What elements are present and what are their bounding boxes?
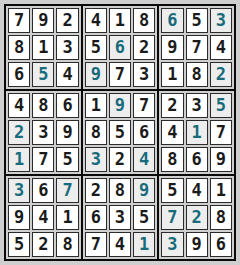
cell-r9c4[interactable]: 7 [85,232,107,257]
cell-r3c4[interactable]: 9 [85,62,107,87]
cell-r2c9[interactable]: 4 [210,35,232,60]
cell-r9c5[interactable]: 4 [109,232,131,257]
cell-r7c1[interactable]: 3 [8,178,30,203]
cell-r4c6[interactable]: 7 [133,93,155,118]
cell-r9c6[interactable]: 1 [133,232,155,257]
cell-r1c9[interactable]: 3 [210,8,232,33]
cell-r5c1[interactable]: 2 [8,120,30,145]
cell-r1c6[interactable]: 8 [133,8,155,33]
cell-r6c7[interactable]: 8 [161,147,183,172]
cell-r1c3[interactable]: 2 [56,8,78,33]
cell-r3c3[interactable]: 4 [56,62,78,87]
cell-r1c4[interactable]: 4 [85,8,107,33]
cell-r6c9[interactable]: 9 [210,147,232,172]
cell-r2c3[interactable]: 3 [56,35,78,60]
cell-r1c1[interactable]: 7 [8,8,30,33]
cell-r6c5[interactable]: 2 [109,147,131,172]
cell-r8c7[interactable]: 7 [161,205,183,230]
cell-r7c7[interactable]: 5 [161,178,183,203]
cell-r4c3[interactable]: 6 [56,93,78,118]
cell-r4c5[interactable]: 9 [109,93,131,118]
cell-r3c1[interactable]: 6 [8,62,30,87]
sudoku-box-4: 486239175 [6,91,81,174]
cell-r5c3[interactable]: 9 [56,120,78,145]
cell-r8c3[interactable]: 1 [56,205,78,230]
cell-r3c2[interactable]: 5 [32,62,54,87]
cell-r6c1[interactable]: 1 [8,147,30,172]
cell-r8c9[interactable]: 8 [210,205,232,230]
cell-r8c8[interactable]: 2 [186,205,208,230]
cell-r8c2[interactable]: 4 [32,205,54,230]
cell-r7c2[interactable]: 6 [32,178,54,203]
cell-r4c9[interactable]: 5 [210,93,232,118]
cell-r7c9[interactable]: 1 [210,178,232,203]
cell-r9c1[interactable]: 5 [8,232,30,257]
cell-r1c2[interactable]: 9 [32,8,54,33]
cell-r1c7[interactable]: 6 [161,8,183,33]
sudoku-board: 7928136544185629736539741824862391751978… [4,4,236,261]
cell-r2c8[interactable]: 7 [186,35,208,60]
cell-r7c4[interactable]: 2 [85,178,107,203]
cell-r8c1[interactable]: 9 [8,205,30,230]
cell-r5c5[interactable]: 5 [109,120,131,145]
cell-r2c4[interactable]: 5 [85,35,107,60]
sudoku-box-1: 792813654 [6,6,81,89]
cell-r3c7[interactable]: 1 [161,62,183,87]
cell-r5c8[interactable]: 1 [186,120,208,145]
cell-r2c6[interactable]: 2 [133,35,155,60]
cell-r6c2[interactable]: 7 [32,147,54,172]
sudoku-frame: 7928136544185629736539741824862391751978… [0,0,240,265]
cell-r4c2[interactable]: 8 [32,93,54,118]
cell-r5c6[interactable]: 6 [133,120,155,145]
cell-r3c5[interactable]: 7 [109,62,131,87]
cell-r9c3[interactable]: 8 [56,232,78,257]
cell-r8c5[interactable]: 3 [109,205,131,230]
cell-r2c1[interactable]: 8 [8,35,30,60]
cell-r9c7[interactable]: 3 [161,232,183,257]
cell-r5c7[interactable]: 4 [161,120,183,145]
cell-r4c1[interactable]: 4 [8,93,30,118]
cell-r3c9[interactable]: 2 [210,62,232,87]
cell-r7c3[interactable]: 7 [56,178,78,203]
cell-r1c8[interactable]: 5 [186,8,208,33]
cell-r9c9[interactable]: 6 [210,232,232,257]
cell-r5c2[interactable]: 3 [32,120,54,145]
cell-r7c6[interactable]: 9 [133,178,155,203]
sudoku-box-6: 235417869 [159,91,234,174]
cell-r6c8[interactable]: 6 [186,147,208,172]
sudoku-box-7: 367941528 [6,176,81,259]
sudoku-box-2: 418562973 [83,6,158,89]
cell-r2c5[interactable]: 6 [109,35,131,60]
cell-r7c5[interactable]: 8 [109,178,131,203]
cell-r4c7[interactable]: 2 [161,93,183,118]
cell-r8c4[interactable]: 6 [85,205,107,230]
cell-r5c4[interactable]: 8 [85,120,107,145]
sudoku-box-3: 653974182 [159,6,234,89]
cell-r7c8[interactable]: 4 [186,178,208,203]
cell-r1c5[interactable]: 1 [109,8,131,33]
cell-r3c6[interactable]: 3 [133,62,155,87]
cell-r9c2[interactable]: 2 [32,232,54,257]
cell-r3c8[interactable]: 8 [186,62,208,87]
sudoku-box-9: 541728396 [159,176,234,259]
cell-r8c6[interactable]: 5 [133,205,155,230]
sudoku-box-5: 197856324 [83,91,158,174]
cell-r2c7[interactable]: 9 [161,35,183,60]
cell-r4c8[interactable]: 3 [186,93,208,118]
cell-r5c9[interactable]: 7 [210,120,232,145]
cell-r6c6[interactable]: 4 [133,147,155,172]
cell-r6c3[interactable]: 5 [56,147,78,172]
cell-r6c4[interactable]: 3 [85,147,107,172]
cell-r9c8[interactable]: 9 [186,232,208,257]
cell-r2c2[interactable]: 1 [32,35,54,60]
cell-r4c4[interactable]: 1 [85,93,107,118]
sudoku-box-8: 289635741 [83,176,158,259]
